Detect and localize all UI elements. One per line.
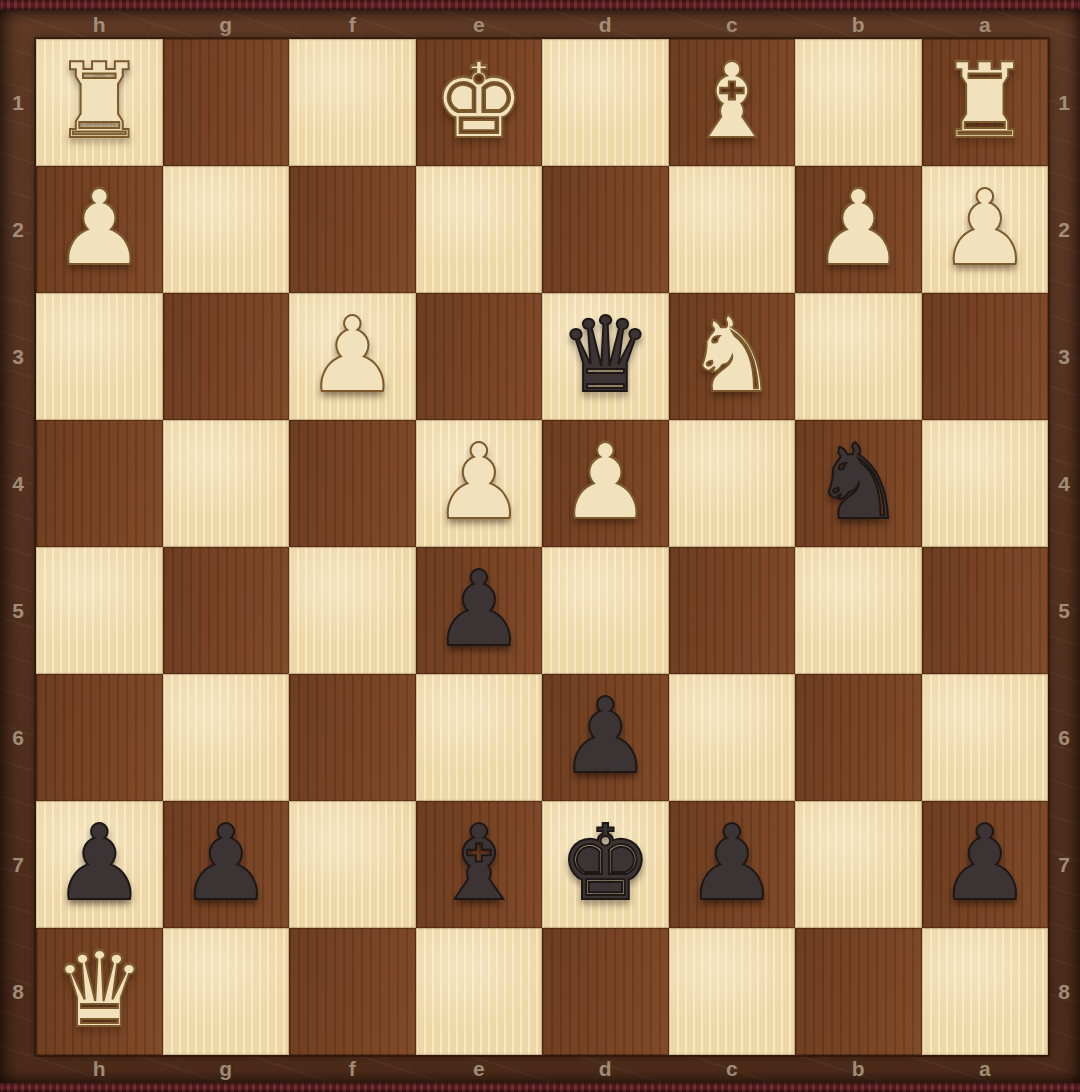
square-h6[interactable]	[36, 674, 163, 801]
square-g4[interactable]	[163, 420, 290, 547]
rank-label-6: 6	[0, 674, 36, 801]
bottom-fabric-strip	[0, 1083, 1080, 1092]
piece-black-pawn[interactable]: ♟	[179, 811, 272, 915]
file-label-c: c	[669, 10, 796, 39]
file-label-a: a	[922, 10, 1049, 39]
rank-label-7: 7	[1048, 801, 1080, 928]
square-e2[interactable]	[416, 166, 543, 293]
rank-label-1: 1	[1048, 39, 1080, 166]
top-fabric-strip	[0, 0, 1080, 10]
piece-white-king[interactable]: ♚	[432, 49, 525, 153]
square-e3[interactable]	[416, 293, 543, 420]
square-h2[interactable]: ♟	[36, 166, 163, 293]
square-e4[interactable]: ♟	[416, 420, 543, 547]
piece-white-pawn[interactable]: ♟	[938, 176, 1031, 280]
square-c7[interactable]: ♟	[669, 801, 796, 928]
square-b2[interactable]: ♟	[795, 166, 922, 293]
file-label-d: d	[542, 1054, 669, 1083]
square-h4[interactable]	[36, 420, 163, 547]
piece-black-knight[interactable]: ♞	[812, 430, 905, 534]
piece-white-pawn[interactable]: ♟	[53, 176, 146, 280]
file-label-g: g	[163, 10, 290, 39]
file-label-e: e	[416, 1054, 543, 1083]
rank-label-4: 4	[1048, 420, 1080, 547]
square-a7[interactable]: ♟	[922, 801, 1049, 928]
piece-black-pawn[interactable]: ♟	[938, 811, 1031, 915]
chess-board: ♜♚♝♜♟♟♟♟♛♞♟♟♞♟♟♟♟♝♚♟♟♛	[36, 39, 1048, 1055]
square-f8[interactable]	[289, 928, 416, 1055]
rank-label-1: 1	[0, 39, 36, 166]
rank-label-4: 4	[0, 420, 36, 547]
square-a3[interactable]	[922, 293, 1049, 420]
square-d3[interactable]: ♛	[542, 293, 669, 420]
rank-label-3: 3	[1048, 293, 1080, 420]
piece-black-pawn[interactable]: ♟	[53, 811, 146, 915]
square-f5[interactable]	[289, 547, 416, 674]
square-c5[interactable]	[669, 547, 796, 674]
square-b1[interactable]	[795, 39, 922, 166]
square-b5[interactable]	[795, 547, 922, 674]
square-e1[interactable]: ♚	[416, 39, 543, 166]
square-a5[interactable]	[922, 547, 1049, 674]
square-e8[interactable]	[416, 928, 543, 1055]
piece-white-pawn[interactable]: ♟	[306, 303, 399, 407]
square-b4[interactable]: ♞	[795, 420, 922, 547]
square-f4[interactable]	[289, 420, 416, 547]
piece-black-pawn[interactable]: ♟	[432, 557, 525, 661]
square-a1[interactable]: ♜	[922, 39, 1049, 166]
rank-label-2: 2	[0, 166, 36, 293]
square-d8[interactable]	[542, 928, 669, 1055]
square-c3[interactable]: ♞	[669, 293, 796, 420]
square-c6[interactable]	[669, 674, 796, 801]
rank-label-8: 8	[0, 928, 36, 1055]
square-b3[interactable]	[795, 293, 922, 420]
piece-white-rook[interactable]: ♜	[53, 49, 146, 153]
square-g3[interactable]	[163, 293, 290, 420]
file-label-b: b	[795, 10, 922, 39]
square-d4[interactable]: ♟	[542, 420, 669, 547]
square-c4[interactable]	[669, 420, 796, 547]
rank-label-7: 7	[0, 801, 36, 928]
file-label-a: a	[922, 1054, 1049, 1083]
piece-white-pawn[interactable]: ♟	[559, 430, 652, 534]
piece-white-rook[interactable]: ♜	[938, 49, 1031, 153]
square-h3[interactable]	[36, 293, 163, 420]
file-label-h: h	[36, 1054, 163, 1083]
file-label-h: h	[36, 10, 163, 39]
file-labels-top: hgfedcba	[36, 10, 1048, 39]
square-h1[interactable]: ♜	[36, 39, 163, 166]
square-g2[interactable]	[163, 166, 290, 293]
square-a8[interactable]	[922, 928, 1049, 1055]
square-h7[interactable]: ♟	[36, 801, 163, 928]
square-c2[interactable]	[669, 166, 796, 293]
square-e5[interactable]: ♟	[416, 547, 543, 674]
square-a4[interactable]	[922, 420, 1049, 547]
chess-app-window: hgfedcba hgfedcba 12345678 12345678 ♜♚♝♜…	[0, 0, 1080, 1092]
square-d5[interactable]	[542, 547, 669, 674]
piece-black-queen[interactable]: ♛	[559, 303, 652, 407]
square-f2[interactable]	[289, 166, 416, 293]
piece-black-bishop[interactable]: ♝	[432, 811, 525, 915]
square-h8[interactable]: ♛	[36, 928, 163, 1055]
square-h5[interactable]	[36, 547, 163, 674]
file-label-c: c	[669, 1054, 796, 1083]
square-e6[interactable]	[416, 674, 543, 801]
square-f3[interactable]: ♟	[289, 293, 416, 420]
square-f7[interactable]	[289, 801, 416, 928]
file-label-f: f	[289, 1054, 416, 1083]
file-label-e: e	[416, 10, 543, 39]
square-b8[interactable]	[795, 928, 922, 1055]
square-c1[interactable]: ♝	[669, 39, 796, 166]
rank-label-2: 2	[1048, 166, 1080, 293]
square-c8[interactable]	[669, 928, 796, 1055]
square-d6[interactable]: ♟	[542, 674, 669, 801]
square-d2[interactable]	[542, 166, 669, 293]
file-label-g: g	[163, 1054, 290, 1083]
file-label-d: d	[542, 10, 669, 39]
square-a2[interactable]: ♟	[922, 166, 1049, 293]
square-b6[interactable]	[795, 674, 922, 801]
rank-label-5: 5	[1048, 547, 1080, 674]
piece-black-pawn[interactable]: ♟	[559, 684, 652, 788]
square-a6[interactable]	[922, 674, 1049, 801]
square-g5[interactable]	[163, 547, 290, 674]
rank-label-8: 8	[1048, 928, 1080, 1055]
rank-labels-left: 12345678	[0, 39, 36, 1055]
rank-labels-right: 12345678	[1048, 39, 1080, 1055]
file-labels-bottom: hgfedcba	[36, 1054, 1048, 1083]
square-f6[interactable]	[289, 674, 416, 801]
file-label-f: f	[289, 10, 416, 39]
square-g6[interactable]	[163, 674, 290, 801]
file-label-b: b	[795, 1054, 922, 1083]
piece-black-king[interactable]: ♚	[559, 811, 652, 915]
piece-white-pawn[interactable]: ♟	[812, 176, 905, 280]
rank-label-6: 6	[1048, 674, 1080, 801]
square-f1[interactable]	[289, 39, 416, 166]
square-g1[interactable]	[163, 39, 290, 166]
piece-white-bishop[interactable]: ♝	[685, 49, 778, 153]
square-g7[interactable]: ♟	[163, 801, 290, 928]
piece-white-knight[interactable]: ♞	[685, 303, 778, 407]
rank-label-5: 5	[0, 547, 36, 674]
piece-black-pawn[interactable]: ♟	[685, 811, 778, 915]
square-g8[interactable]	[163, 928, 290, 1055]
square-b7[interactable]	[795, 801, 922, 928]
square-e7[interactable]: ♝	[416, 801, 543, 928]
piece-white-pawn[interactable]: ♟	[432, 430, 525, 534]
rank-label-3: 3	[0, 293, 36, 420]
square-d7[interactable]: ♚	[542, 801, 669, 928]
piece-white-queen[interactable]: ♛	[53, 938, 146, 1042]
square-d1[interactable]	[542, 39, 669, 166]
